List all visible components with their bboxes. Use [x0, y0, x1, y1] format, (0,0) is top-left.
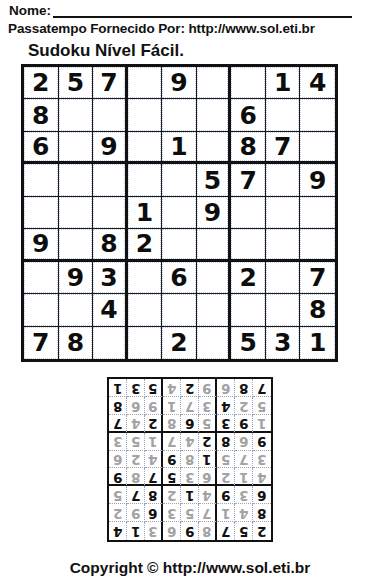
solution-given-digit: 3: [221, 416, 230, 430]
solution-solved-digit: 1: [239, 470, 248, 484]
solution-cell-r6c2: 6: [235, 433, 253, 451]
solution-cell-r6c4: 2: [199, 433, 217, 451]
solution-given-digit: 4: [113, 524, 122, 538]
solution-cell-r9c1: 7: [253, 379, 271, 397]
sudoku-given-digit: 2: [136, 231, 153, 256]
solution-given-digit: 1: [113, 381, 122, 395]
solution-cell-r2c4: 7: [199, 504, 217, 522]
solution-cell-r6c3: 8: [217, 433, 235, 451]
solution-solved-digit: 2: [113, 506, 122, 520]
solution-given-digit: 1: [131, 524, 140, 538]
solution-given-digit: 3: [131, 381, 140, 395]
sudoku-given-digit: 9: [32, 231, 49, 256]
solution-cell-r5c3: 5: [217, 451, 235, 469]
solution-solved-digit: 4: [148, 452, 157, 466]
sudoku-cell-r8c5: [162, 294, 197, 326]
solution-given-digit: 8: [148, 488, 157, 502]
sudoku-cell-r2c5: [162, 99, 197, 131]
sudoku-cell-r3c3: 9: [93, 132, 128, 164]
sudoku-given-digit: 2: [239, 265, 256, 290]
solution-solved-digit: 4: [185, 434, 194, 448]
sudoku-given-digit: 8: [100, 231, 117, 256]
solution-given-digit: 2: [257, 524, 266, 538]
page-title: Sudoku Nível Fácil.: [28, 41, 184, 61]
sudoku-cell-r1c3: 7: [93, 67, 128, 99]
solution-cell-r9c2: 8: [235, 379, 253, 397]
solution-cell-r1c6: 6: [163, 522, 181, 540]
sudoku-cell-r9c1: 7: [24, 327, 59, 359]
solution-cell-r8c1: 5: [253, 397, 271, 415]
solution-given-digit: 7: [257, 381, 266, 395]
sudoku-given-digit: 3: [274, 330, 291, 355]
solution-solved-digit: 6: [167, 524, 176, 538]
sudoku-cell-r9c6: [197, 327, 232, 359]
solution-cell-r4c8: 8: [127, 468, 145, 486]
solution-solved-digit: 1: [257, 416, 266, 430]
solution-cell-r4c7: 7: [145, 468, 163, 486]
solution-solved-digit: 5: [202, 416, 211, 430]
sudoku-cell-r4c7: 7: [231, 164, 266, 196]
sudoku-cell-r5c3: [93, 197, 128, 229]
sudoku-cell-r4c8: [266, 164, 301, 196]
sudoku-given-digit: 1: [170, 134, 187, 159]
solution-solved-digit: 7: [202, 506, 211, 520]
solution-solved-digit: 4: [202, 488, 211, 502]
sudoku-given-digit: 1: [274, 70, 291, 95]
sudoku-given-digit: 8: [239, 134, 256, 159]
sudoku-cell-r2c9: [300, 99, 335, 131]
solution-given-digit: 5: [148, 381, 157, 395]
solution-given-digit: 9: [257, 434, 266, 448]
sudoku-given-digit: 4: [309, 70, 326, 95]
solution-cell-r1c3: 7: [217, 522, 235, 540]
sudoku-given-digit: 9: [170, 70, 187, 95]
sudoku-given-digit: 8: [309, 297, 326, 322]
solution-cell-r2c8: 9: [127, 504, 145, 522]
sudoku-cell-r6c6: [197, 229, 232, 261]
solution-cell-r2c1: 8: [253, 504, 271, 522]
solution-cell-r7c4: 5: [199, 415, 217, 433]
solution-solved-digit: 2: [167, 488, 176, 502]
sudoku-given-digit: 4: [100, 297, 117, 322]
sudoku-cell-r5c8: [266, 197, 301, 229]
sudoku-given-digit: 7: [274, 134, 291, 159]
solution-cell-r9c8: 3: [127, 379, 145, 397]
sudoku-cell-r1c8: 1: [266, 67, 301, 99]
sudoku-given-digit: 6: [170, 265, 187, 290]
sudoku-cell-r9c7: 5: [231, 327, 266, 359]
sudoku-cell-r5c4: 1: [128, 197, 163, 229]
solution-given-digit: 9: [185, 524, 194, 538]
sudoku-cell-r9c4: [128, 327, 163, 359]
solution-cell-r2c9: 2: [109, 504, 127, 522]
solution-given-digit: 7: [148, 470, 157, 484]
solution-cell-r8c2: 2: [235, 397, 253, 415]
solution-solved-digit: 6: [202, 470, 211, 484]
sudoku-cell-r8c9: 8: [300, 294, 335, 326]
copyright-line: Copyright © http://www.sol.eti.br: [0, 559, 380, 577]
solution-cell-r8c7: 9: [145, 397, 163, 415]
sudoku-cell-r5c9: [300, 197, 335, 229]
sudoku-cell-r3c7: 8: [231, 132, 266, 164]
sudoku-cell-r8c6: [197, 294, 232, 326]
sudoku-cell-r1c2: 5: [59, 67, 94, 99]
solution-cell-r7c3: 3: [217, 415, 235, 433]
solution-given-digit: 8: [113, 399, 122, 413]
solution-cell-r1c1: 2: [253, 522, 271, 540]
solution-cell-r7c9: 7: [109, 415, 127, 433]
sudoku-given-digit: 9: [100, 134, 117, 159]
sudoku-cell-r8c1: [24, 294, 59, 326]
solution-cell-r1c9: 4: [109, 522, 127, 540]
solution-cell-r9c5: 2: [181, 379, 199, 397]
sudoku-given-digit: 5: [67, 70, 84, 95]
sudoku-given-digit: 2: [170, 330, 187, 355]
sudoku-cell-r8c8: [266, 294, 301, 326]
solution-solved-digit: 6: [221, 381, 230, 395]
solution-solved-digit: 4: [239, 506, 248, 520]
solution-cell-r3c2: 3: [235, 486, 253, 504]
solution-cell-r6c5: 4: [181, 433, 199, 451]
solution-cell-r8c3: 4: [217, 397, 235, 415]
solution-cell-r6c6: 7: [163, 433, 181, 451]
solution-cell-r5c2: 7: [235, 451, 253, 469]
solution-cell-r8c4: 3: [199, 397, 217, 415]
solution-solved-digit: 5: [221, 452, 230, 466]
solution-cell-r8c5: 7: [181, 397, 199, 415]
solution-cell-r3c9: 5: [109, 486, 127, 504]
sudoku-cell-r9c9: 1: [300, 327, 335, 359]
solution-given-digit: 9: [221, 488, 230, 502]
solution-given-digit: 6: [257, 488, 266, 502]
sudoku-cell-r9c8: 3: [266, 327, 301, 359]
solution-solved-digit: 8: [202, 524, 211, 538]
solution-given-digit: 5: [167, 470, 176, 484]
sudoku-cell-r4c6: 5: [197, 164, 232, 196]
sudoku-cell-r3c2: [59, 132, 94, 164]
solution-solved-digit: 1: [221, 506, 230, 520]
sudoku-cell-r7c6: [197, 262, 232, 294]
sudoku-cell-r3c4: [128, 132, 163, 164]
solution-cell-r4c2: 1: [235, 468, 253, 486]
sudoku-given-digit: 6: [32, 134, 49, 159]
sudoku-cell-r6c4: 2: [128, 229, 163, 261]
solution-given-digit: 6: [185, 416, 194, 430]
solution-solved-digit: 6: [131, 399, 140, 413]
solution-cell-r2c2: 4: [235, 504, 253, 522]
solution-cell-r5c8: 2: [127, 451, 145, 469]
sudoku-cell-r4c1: [24, 164, 59, 196]
solution-cell-r2c6: 3: [163, 504, 181, 522]
solution-solved-digit: 5: [113, 488, 122, 502]
solution-cell-r4c5: 3: [181, 468, 199, 486]
solution-solved-digit: 3: [185, 470, 194, 484]
solution-solved-digit: 3: [113, 434, 122, 448]
sudoku-cell-r7c8: [266, 262, 301, 294]
main-sudoku-grid: 2579148669187579199829362748782531: [21, 64, 338, 362]
sudoku-cell-r6c3: 8: [93, 229, 128, 261]
solution-cell-r7c5: 6: [181, 415, 199, 433]
sudoku-cell-r3c5: 1: [162, 132, 197, 164]
solution-cell-r5c9: 6: [109, 451, 127, 469]
solution-cell-r9c6: 4: [163, 379, 181, 397]
solution-solved-digit: 8: [185, 452, 194, 466]
sudoku-cell-r3c6: [197, 132, 232, 164]
sudoku-given-digit: 9: [204, 200, 221, 225]
sudoku-cell-r2c2: [59, 99, 94, 131]
solution-solved-digit: 8: [131, 470, 140, 484]
solution-given-digit: 5: [239, 524, 248, 538]
sudoku-cell-r9c3: [93, 327, 128, 359]
solution-cell-r5c4: 1: [199, 451, 217, 469]
sudoku-cell-r1c6: [197, 67, 232, 99]
solution-solved-digit: 3: [148, 524, 157, 538]
sudoku-cell-r6c2: [59, 229, 94, 261]
sudoku-cell-r4c9: 9: [300, 164, 335, 196]
solution-solved-digit: 2: [221, 470, 230, 484]
solution-solved-digit: 6: [113, 452, 122, 466]
solution-solved-digit: 5: [185, 506, 194, 520]
solution-given-digit: 1: [185, 488, 194, 502]
solution-given-digit: 4: [221, 399, 230, 413]
sudoku-cell-r1c7: [231, 67, 266, 99]
solution-cell-r3c3: 9: [217, 486, 235, 504]
sudoku-cell-r3c8: 7: [266, 132, 301, 164]
solution-given-digit: 7: [113, 416, 122, 430]
sudoku-given-digit: 3: [100, 265, 117, 290]
sudoku-cell-r6c8: [266, 229, 301, 261]
solution-cell-r9c3: 6: [217, 379, 235, 397]
sudoku-worksheet: Nome: Passatempo Fornecido Por: http://w…: [0, 0, 380, 585]
solution-cell-r2c7: 6: [145, 504, 163, 522]
solution-cell-r4c9: 9: [109, 468, 127, 486]
solution-solved-digit: 9: [131, 506, 140, 520]
solution-cell-r3c7: 8: [145, 486, 163, 504]
sudoku-given-digit: 7: [309, 265, 326, 290]
sudoku-given-digit: 1: [136, 200, 153, 225]
solution-given-digit: 6: [148, 506, 157, 520]
solution-cell-r7c2: 9: [235, 415, 253, 433]
sudoku-cell-r7c1: [24, 262, 59, 294]
solution-cell-r4c6: 5: [163, 468, 181, 486]
sudoku-cell-r5c1: [24, 197, 59, 229]
solution-cell-r7c1: 1: [253, 415, 271, 433]
solution-cell-r7c6: 8: [163, 415, 181, 433]
solution-cell-r9c7: 5: [145, 379, 163, 397]
solution-given-digit: 2: [148, 416, 157, 430]
sudoku-cell-r1c4: [128, 67, 163, 99]
solution-solved-digit: 9: [202, 381, 211, 395]
sudoku-cell-r2c3: [93, 99, 128, 131]
name-underline: [53, 3, 352, 18]
solution-solved-digit: 2: [239, 399, 248, 413]
solution-cell-r9c9: 1: [109, 379, 127, 397]
sudoku-cell-r7c3: 3: [93, 262, 128, 294]
solution-cell-r6c9: 3: [109, 433, 127, 451]
sudoku-given-digit: 2: [32, 70, 49, 95]
solution-solved-digit: 7: [185, 399, 194, 413]
solution-cell-r8c6: 1: [163, 397, 181, 415]
solution-solved-digit: 4: [167, 381, 176, 395]
sudoku-given-digit: 5: [204, 168, 221, 193]
solution-cell-r8c9: 8: [109, 397, 127, 415]
sudoku-cell-r1c5: 9: [162, 67, 197, 99]
provider-line: Passatempo Fornecido Por: http://www.sol…: [8, 21, 315, 36]
solution-given-digit: 2: [202, 434, 211, 448]
sudoku-cell-r8c2: [59, 294, 94, 326]
sudoku-cell-r9c5: 2: [162, 327, 197, 359]
solution-cell-r8c8: 6: [127, 397, 145, 415]
solution-cell-r3c1: 6: [253, 486, 271, 504]
solution-given-digit: 8: [221, 434, 230, 448]
solution-solved-digit: 7: [167, 434, 176, 448]
solution-cell-r6c8: 5: [127, 433, 145, 451]
solution-given-digit: 8: [257, 506, 266, 520]
solution-given-digit: 7: [131, 488, 140, 502]
solution-cell-r4c1: 4: [253, 468, 271, 486]
solution-cell-r9c4: 9: [199, 379, 217, 397]
sudoku-cell-r7c7: 2: [231, 262, 266, 294]
sudoku-given-digit: 9: [309, 168, 326, 193]
solution-solved-digit: 1: [148, 434, 157, 448]
solution-cell-r1c5: 9: [181, 522, 199, 540]
solution-cell-r5c6: 9: [163, 451, 181, 469]
sudoku-given-digit: 7: [32, 330, 49, 355]
solution-cell-r5c1: 3: [253, 451, 271, 469]
sudoku-cell-r2c1: 8: [24, 99, 59, 131]
sudoku-cell-r8c7: [231, 294, 266, 326]
solution-cell-r7c8: 4: [127, 415, 145, 433]
solution-cell-r6c1: 9: [253, 433, 271, 451]
solution-grid-rotated: 1354296878691734257428653913517428696249…: [107, 377, 273, 542]
solution-solved-digit: 5: [131, 434, 140, 448]
sudoku-cell-r4c5: [162, 164, 197, 196]
sudoku-cell-r4c2: [59, 164, 94, 196]
sudoku-cell-r5c5: [162, 197, 197, 229]
solution-given-digit: 9: [239, 416, 248, 430]
solution-solved-digit: 9: [148, 399, 157, 413]
solution-cell-r6c7: 1: [145, 433, 163, 451]
solution-given-digit: 7: [221, 524, 230, 538]
sudoku-cell-r6c1: 9: [24, 229, 59, 261]
solution-solved-digit: 4: [257, 470, 266, 484]
sudoku-cell-r5c7: [231, 197, 266, 229]
sudoku-cell-r8c3: 4: [93, 294, 128, 326]
solution-cell-r4c4: 6: [199, 468, 217, 486]
sudoku-cell-r8c4: [128, 294, 163, 326]
solution-cell-r2c5: 5: [181, 504, 199, 522]
sudoku-cell-r2c8: [266, 99, 301, 131]
sudoku-cell-r4c3: [93, 164, 128, 196]
name-label: Nome:: [9, 3, 51, 18]
sudoku-given-digit: 7: [239, 168, 256, 193]
sudoku-cell-r6c7: [231, 229, 266, 261]
solution-solved-digit: 3: [239, 488, 248, 502]
solution-solved-digit: 5: [257, 399, 266, 413]
sudoku-cell-r2c7: 6: [231, 99, 266, 131]
sudoku-cell-r7c5: 6: [162, 262, 197, 294]
sudoku-given-digit: 8: [67, 330, 84, 355]
solution-given-digit: 8: [239, 381, 248, 395]
solution-cell-r1c8: 1: [127, 522, 145, 540]
solution-cell-r3c8: 7: [127, 486, 145, 504]
sudoku-cell-r9c2: 8: [59, 327, 94, 359]
solution-cell-r1c2: 5: [235, 522, 253, 540]
solution-given-digit: 1: [202, 452, 211, 466]
solution-cell-r1c4: 8: [199, 522, 217, 540]
solution-given-digit: 9: [167, 452, 176, 466]
solution-solved-digit: 3: [202, 399, 211, 413]
sudoku-cell-r7c9: 7: [300, 262, 335, 294]
solution-cell-r5c7: 4: [145, 451, 163, 469]
solution-given-digit: 2: [185, 381, 194, 395]
solution-solved-digit: 7: [239, 452, 248, 466]
sudoku-cell-r4c4: [128, 164, 163, 196]
sudoku-cell-r2c4: [128, 99, 163, 131]
solution-cell-r4c3: 2: [217, 468, 235, 486]
sudoku-cell-r5c6: 9: [197, 197, 232, 229]
sudoku-cell-r1c1: 2: [24, 67, 59, 99]
sudoku-cell-r3c1: 6: [24, 132, 59, 164]
sudoku-given-digit: 9: [67, 265, 84, 290]
solution-cell-r1c7: 3: [145, 522, 163, 540]
solution-solved-digit: 3: [167, 506, 176, 520]
solution-solved-digit: 8: [167, 416, 176, 430]
sudoku-cell-r7c4: [128, 262, 163, 294]
sudoku-given-digit: 6: [239, 103, 256, 128]
solution-solved-digit: 1: [167, 399, 176, 413]
name-row: Nome:: [9, 3, 352, 18]
solution-cell-r7c7: 2: [145, 415, 163, 433]
solution-solved-digit: 4: [131, 416, 140, 430]
sudoku-cell-r5c2: [59, 197, 94, 229]
sudoku-given-digit: 8: [32, 103, 49, 128]
sudoku-cell-r1c9: 4: [300, 67, 335, 99]
sudoku-given-digit: 5: [239, 330, 256, 355]
solution-solved-digit: 2: [131, 452, 140, 466]
sudoku-cell-r6c9: [300, 229, 335, 261]
sudoku-cell-r2c6: [197, 99, 232, 131]
solution-cell-r2c3: 1: [217, 504, 235, 522]
sudoku-given-digit: 1: [309, 330, 326, 355]
solution-cell-r3c6: 2: [163, 486, 181, 504]
solution-given-digit: 9: [113, 470, 122, 484]
solution-cell-r5c5: 8: [181, 451, 199, 469]
solution-solved-digit: 6: [239, 434, 248, 448]
solution-cell-r3c4: 4: [199, 486, 217, 504]
sudoku-cell-r6c5: [162, 229, 197, 261]
solution-solved-digit: 3: [257, 452, 266, 466]
sudoku-given-digit: 7: [100, 70, 117, 95]
sudoku-cell-r7c2: 9: [59, 262, 94, 294]
solution-cell-r3c5: 1: [181, 486, 199, 504]
sudoku-cell-r3c9: [300, 132, 335, 164]
